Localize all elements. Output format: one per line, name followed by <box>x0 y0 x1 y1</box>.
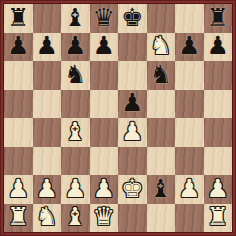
piece-black-rook[interactable]: ♜ <box>7 5 29 30</box>
square-g5[interactable] <box>175 90 204 119</box>
square-a2[interactable]: ♟ <box>4 175 33 204</box>
piece-white-bishop[interactable]: ♝ <box>64 119 86 144</box>
square-h5[interactable] <box>204 90 233 119</box>
piece-white-pawn[interactable]: ♟ <box>178 176 200 201</box>
square-g3[interactable] <box>175 147 204 176</box>
square-f4[interactable] <box>147 118 176 147</box>
piece-black-pawn[interactable]: ♟ <box>121 90 143 115</box>
square-b1[interactable]: ♞ <box>33 204 62 233</box>
square-b5[interactable] <box>33 90 62 119</box>
square-e8[interactable]: ♚ <box>118 4 147 33</box>
square-c7[interactable]: ♟ <box>61 33 90 62</box>
piece-white-pawn[interactable]: ♟ <box>121 119 143 144</box>
square-g7[interactable]: ♟ <box>175 33 204 62</box>
square-c2[interactable]: ♟ <box>61 175 90 204</box>
piece-white-pawn[interactable]: ♟ <box>36 176 58 201</box>
square-c3[interactable] <box>61 147 90 176</box>
piece-white-rook[interactable]: ♜ <box>7 204 29 229</box>
square-e4[interactable]: ♟ <box>118 118 147 147</box>
square-c8[interactable]: ♝ <box>61 4 90 33</box>
square-a8[interactable]: ♜ <box>4 4 33 33</box>
square-g1[interactable] <box>175 204 204 233</box>
square-h4[interactable] <box>204 118 233 147</box>
square-c6[interactable]: ♞ <box>61 61 90 90</box>
piece-black-knight[interactable]: ♞ <box>150 62 172 87</box>
square-f2[interactable]: ♝ <box>147 175 176 204</box>
piece-black-king[interactable]: ♚ <box>121 5 143 30</box>
piece-white-bishop[interactable]: ♝ <box>64 204 86 229</box>
piece-white-pawn[interactable]: ♟ <box>207 176 229 201</box>
piece-black-pawn[interactable]: ♟ <box>7 33 29 58</box>
square-g2[interactable]: ♟ <box>175 175 204 204</box>
piece-white-pawn[interactable]: ♟ <box>7 176 29 201</box>
square-g6[interactable] <box>175 61 204 90</box>
piece-white-queen[interactable]: ♛ <box>93 204 115 229</box>
square-b4[interactable] <box>33 118 62 147</box>
piece-black-pawn[interactable]: ♟ <box>178 33 200 58</box>
piece-white-pawn[interactable]: ♟ <box>64 176 86 201</box>
square-b3[interactable] <box>33 147 62 176</box>
square-a4[interactable] <box>4 118 33 147</box>
piece-black-queen[interactable]: ♛ <box>93 5 115 30</box>
square-b2[interactable]: ♟ <box>33 175 62 204</box>
square-d4[interactable] <box>90 118 119 147</box>
square-h3[interactable] <box>204 147 233 176</box>
chess-board: ♜♝♛♚♜♟♟♟♟♞♟♟♞♞♟♝♟♟♟♟♟♚♝♟♟♜♞♝♛♜ <box>4 4 232 232</box>
piece-white-rook[interactable]: ♜ <box>207 204 229 229</box>
square-c1[interactable]: ♝ <box>61 204 90 233</box>
square-a3[interactable] <box>4 147 33 176</box>
square-e7[interactable] <box>118 33 147 62</box>
piece-black-bishop[interactable]: ♝ <box>150 176 172 201</box>
square-g8[interactable] <box>175 4 204 33</box>
piece-white-knight[interactable]: ♞ <box>36 204 58 229</box>
square-d1[interactable]: ♛ <box>90 204 119 233</box>
square-h8[interactable]: ♜ <box>204 4 233 33</box>
piece-black-pawn[interactable]: ♟ <box>36 33 58 58</box>
square-e3[interactable] <box>118 147 147 176</box>
square-b8[interactable] <box>33 4 62 33</box>
piece-black-pawn[interactable]: ♟ <box>64 33 86 58</box>
piece-white-pawn[interactable]: ♟ <box>93 176 115 201</box>
square-d8[interactable]: ♛ <box>90 4 119 33</box>
piece-white-knight[interactable]: ♞ <box>150 33 172 58</box>
square-f8[interactable] <box>147 4 176 33</box>
square-e5[interactable]: ♟ <box>118 90 147 119</box>
square-a6[interactable] <box>4 61 33 90</box>
square-a1[interactable]: ♜ <box>4 204 33 233</box>
square-d5[interactable] <box>90 90 119 119</box>
chess-board-frame: ♜♝♛♚♜♟♟♟♟♞♟♟♞♞♟♝♟♟♟♟♟♚♝♟♟♜♞♝♛♜ <box>0 0 236 236</box>
square-f1[interactable] <box>147 204 176 233</box>
piece-black-knight[interactable]: ♞ <box>64 62 86 87</box>
square-b6[interactable] <box>33 61 62 90</box>
square-c4[interactable]: ♝ <box>61 118 90 147</box>
square-d7[interactable]: ♟ <box>90 33 119 62</box>
square-h2[interactable]: ♟ <box>204 175 233 204</box>
square-h6[interactable] <box>204 61 233 90</box>
square-a5[interactable] <box>4 90 33 119</box>
square-e6[interactable] <box>118 61 147 90</box>
square-f6[interactable]: ♞ <box>147 61 176 90</box>
square-d6[interactable] <box>90 61 119 90</box>
square-b7[interactable]: ♟ <box>33 33 62 62</box>
piece-black-pawn[interactable]: ♟ <box>93 33 115 58</box>
square-g4[interactable] <box>175 118 204 147</box>
piece-black-pawn[interactable]: ♟ <box>207 33 229 58</box>
square-h7[interactable]: ♟ <box>204 33 233 62</box>
piece-black-rook[interactable]: ♜ <box>207 5 229 30</box>
square-h1[interactable]: ♜ <box>204 204 233 233</box>
square-d3[interactable] <box>90 147 119 176</box>
square-f5[interactable] <box>147 90 176 119</box>
square-d2[interactable]: ♟ <box>90 175 119 204</box>
square-f7[interactable]: ♞ <box>147 33 176 62</box>
square-e1[interactable] <box>118 204 147 233</box>
piece-white-king[interactable]: ♚ <box>121 176 143 201</box>
square-c5[interactable] <box>61 90 90 119</box>
square-f3[interactable] <box>147 147 176 176</box>
piece-black-bishop[interactable]: ♝ <box>64 5 86 30</box>
square-a7[interactable]: ♟ <box>4 33 33 62</box>
square-e2[interactable]: ♚ <box>118 175 147 204</box>
